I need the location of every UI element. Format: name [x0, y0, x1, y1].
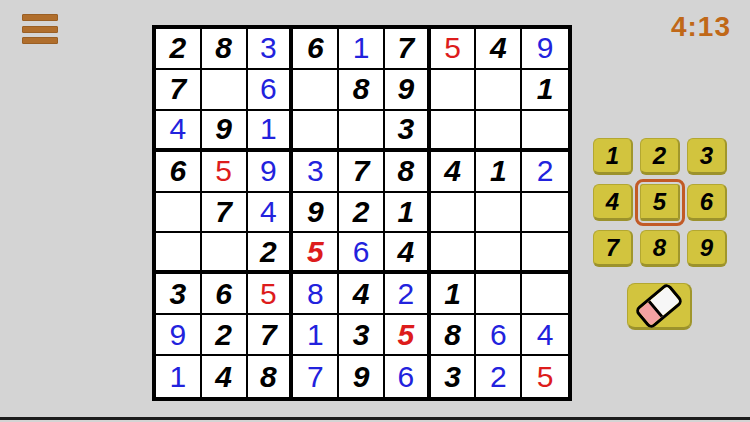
- cell-r9c1[interactable]: 1: [156, 356, 202, 397]
- cell-r7c9[interactable]: [522, 274, 568, 315]
- cell-r5c4[interactable]: 9: [293, 193, 339, 234]
- cell-r8c3[interactable]: 7: [248, 315, 294, 356]
- cell-r9c8[interactable]: 2: [476, 356, 522, 397]
- cell-r5c7[interactable]: [431, 193, 477, 234]
- cell-r6c6[interactable]: 4: [385, 233, 431, 274]
- cell-r8c2[interactable]: 2: [202, 315, 248, 356]
- cell-r1c7[interactable]: 5: [431, 29, 477, 70]
- cell-r6c4[interactable]: 5: [293, 233, 339, 274]
- cell-r7c6[interactable]: 2: [385, 274, 431, 315]
- cell-r4c8[interactable]: 1: [476, 152, 522, 193]
- numpad-key-4[interactable]: 4: [593, 184, 633, 221]
- cell-r6c5[interactable]: 6: [339, 233, 385, 274]
- game-timer: 4:13: [671, 11, 731, 43]
- cell-r4c9[interactable]: 2: [522, 152, 568, 193]
- cell-r6c8[interactable]: [476, 233, 522, 274]
- cell-r6c3[interactable]: 2: [248, 233, 294, 274]
- cell-r5c9[interactable]: [522, 193, 568, 234]
- cell-r6c1[interactable]: [156, 233, 202, 274]
- cell-r7c3[interactable]: 5: [248, 274, 294, 315]
- numpad-key-8[interactable]: 8: [640, 230, 680, 267]
- numpad-key-5[interactable]: 5: [640, 184, 680, 221]
- cell-r5c8[interactable]: [476, 193, 522, 234]
- cell-r4c7[interactable]: 4: [431, 152, 477, 193]
- cell-r3c5[interactable]: [339, 111, 385, 152]
- cell-r3c4[interactable]: [293, 111, 339, 152]
- cell-r5c6[interactable]: 1: [385, 193, 431, 234]
- cell-r5c1[interactable]: [156, 193, 202, 234]
- numpad-key-9[interactable]: 9: [687, 230, 727, 267]
- cell-r4c3[interactable]: 9: [248, 152, 294, 193]
- cell-r7c7[interactable]: 1: [431, 274, 477, 315]
- cell-r1c5[interactable]: 1: [339, 29, 385, 70]
- cell-r2c7[interactable]: [431, 70, 477, 111]
- cell-r2c8[interactable]: [476, 70, 522, 111]
- cell-r3c6[interactable]: 3: [385, 111, 431, 152]
- cell-r5c2[interactable]: 7: [202, 193, 248, 234]
- hamburger-icon: [22, 37, 58, 44]
- cell-r8c9[interactable]: 4: [522, 315, 568, 356]
- cell-r2c6[interactable]: 9: [385, 70, 431, 111]
- cell-r3c8[interactable]: [476, 111, 522, 152]
- hamburger-icon: [22, 14, 58, 21]
- cell-r6c7[interactable]: [431, 233, 477, 274]
- numpad-key-3[interactable]: 3: [687, 138, 727, 175]
- cell-r9c9[interactable]: 5: [522, 356, 568, 397]
- cell-r2c4[interactable]: [293, 70, 339, 111]
- eraser-icon: [634, 281, 684, 329]
- bottom-edge-divider: [0, 417, 750, 420]
- cell-r6c2[interactable]: [202, 233, 248, 274]
- cell-r9c7[interactable]: 3: [431, 356, 477, 397]
- cell-r7c2[interactable]: 6: [202, 274, 248, 315]
- cell-r9c3[interactable]: 8: [248, 356, 294, 397]
- cell-r1c8[interactable]: 4: [476, 29, 522, 70]
- cell-r2c5[interactable]: 8: [339, 70, 385, 111]
- cell-r3c7[interactable]: [431, 111, 477, 152]
- cell-r2c1[interactable]: 7: [156, 70, 202, 111]
- cell-r6c9[interactable]: [522, 233, 568, 274]
- cell-r5c5[interactable]: 2: [339, 193, 385, 234]
- cell-r8c6[interactable]: 5: [385, 315, 431, 356]
- cell-r1c4[interactable]: 6: [293, 29, 339, 70]
- cell-r9c5[interactable]: 9: [339, 356, 385, 397]
- eraser-button[interactable]: [627, 283, 692, 330]
- numpad-key-1[interactable]: 1: [593, 138, 633, 175]
- number-pad: 1 2 3 4 5 6 7 8 9: [593, 138, 727, 267]
- numpad-key-6[interactable]: 6: [687, 184, 727, 221]
- cell-r8c4[interactable]: 1: [293, 315, 339, 356]
- sudoku-board[interactable]: 2836175497689149136593784127492125643658…: [152, 25, 572, 401]
- cell-r2c3[interactable]: 6: [248, 70, 294, 111]
- numpad-key-7[interactable]: 7: [593, 230, 633, 267]
- cell-r7c1[interactable]: 3: [156, 274, 202, 315]
- cell-r1c3[interactable]: 3: [248, 29, 294, 70]
- cell-r4c4[interactable]: 3: [293, 152, 339, 193]
- cell-r8c1[interactable]: 9: [156, 315, 202, 356]
- cell-r4c5[interactable]: 7: [339, 152, 385, 193]
- cell-r5c3[interactable]: 4: [248, 193, 294, 234]
- cell-r7c8[interactable]: [476, 274, 522, 315]
- cell-r9c6[interactable]: 6: [385, 356, 431, 397]
- cell-r4c2[interactable]: 5: [202, 152, 248, 193]
- cell-r4c6[interactable]: 8: [385, 152, 431, 193]
- cell-r7c5[interactable]: 4: [339, 274, 385, 315]
- cell-r1c1[interactable]: 2: [156, 29, 202, 70]
- menu-button[interactable]: [22, 14, 58, 44]
- cell-r8c7[interactable]: 8: [431, 315, 477, 356]
- hamburger-icon: [22, 26, 58, 33]
- numpad-key-2[interactable]: 2: [640, 138, 680, 175]
- cell-r4c1[interactable]: 6: [156, 152, 202, 193]
- cell-r3c1[interactable]: 4: [156, 111, 202, 152]
- cell-r1c9[interactable]: 9: [522, 29, 568, 70]
- cell-r8c8[interactable]: 6: [476, 315, 522, 356]
- cell-r9c2[interactable]: 4: [202, 356, 248, 397]
- cell-r7c4[interactable]: 8: [293, 274, 339, 315]
- cell-r3c2[interactable]: 9: [202, 111, 248, 152]
- cell-r3c9[interactable]: [522, 111, 568, 152]
- cell-r3c3[interactable]: 1: [248, 111, 294, 152]
- cell-r1c2[interactable]: 8: [202, 29, 248, 70]
- cell-r8c5[interactable]: 3: [339, 315, 385, 356]
- cell-r1c6[interactable]: 7: [385, 29, 431, 70]
- cell-r2c9[interactable]: 1: [522, 70, 568, 111]
- cell-r2c2[interactable]: [202, 70, 248, 111]
- cell-r9c4[interactable]: 7: [293, 356, 339, 397]
